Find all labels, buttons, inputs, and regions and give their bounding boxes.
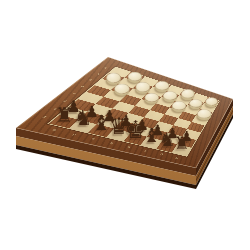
file-label-c: c	[91, 138, 96, 141]
file-label-b: b	[71, 133, 77, 136]
rank-label-8: 8	[104, 67, 108, 69]
chess-board: abcdefgh12345678	[16, 57, 233, 168]
rank-label-2: 2	[52, 107, 58, 110]
rank-label-3: 3	[62, 99, 67, 102]
product-photo-chess-set: abcdefgh12345678 ♟♟♜♟♞♟♝♟♟♛♟♚♟♝♞♜	[0, 0, 250, 250]
rank-label-1: 1	[42, 115, 48, 118]
file-label-f: f	[144, 150, 147, 153]
rank-label-6: 6	[89, 79, 94, 81]
file-label-e: e	[127, 146, 131, 149]
file-label-g: g	[159, 153, 163, 156]
board-field	[49, 67, 219, 156]
file-label-a: a	[51, 129, 57, 132]
file-label-h: h	[175, 157, 179, 160]
rank-label-5: 5	[80, 85, 85, 87]
rank-label-4: 4	[72, 92, 77, 95]
rank-label-7: 7	[96, 72, 100, 74]
file-label-d: d	[109, 142, 114, 145]
